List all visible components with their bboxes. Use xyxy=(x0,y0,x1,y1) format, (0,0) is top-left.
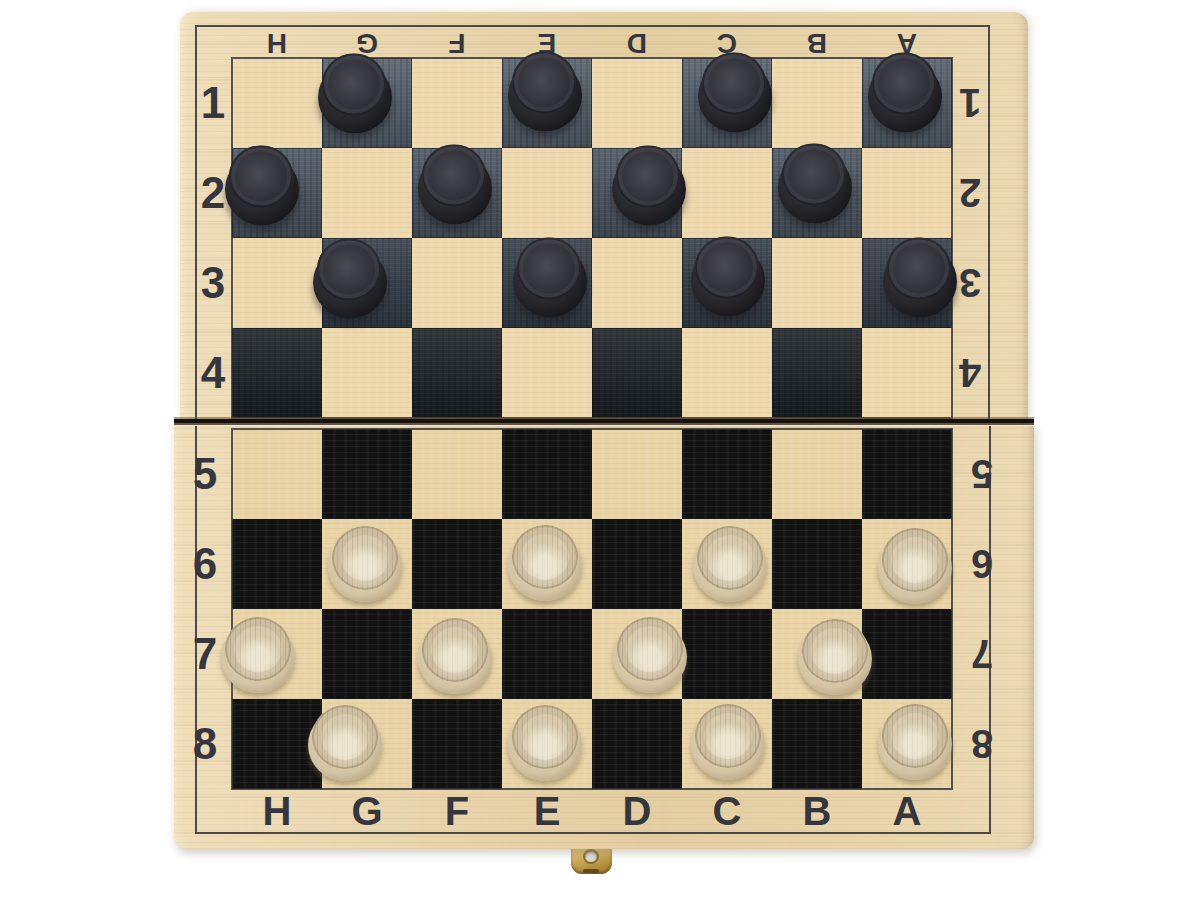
square-F1[interactable] xyxy=(412,58,502,148)
checker-piece-dark-G1[interactable] xyxy=(318,53,392,133)
rank-label-right-6: 6 xyxy=(971,544,993,584)
square-C4[interactable] xyxy=(682,328,772,418)
piece-top-face xyxy=(702,52,766,114)
checker-piece-light-D7[interactable] xyxy=(613,616,687,693)
rank-label-left-7: 7 xyxy=(193,632,217,676)
board-grid-ranks-1-4 xyxy=(232,58,952,418)
checker-piece-dark-A3[interactable] xyxy=(883,237,957,317)
piece-top-face xyxy=(695,236,759,298)
piece-top-face xyxy=(616,145,680,207)
square-G7[interactable] xyxy=(322,609,412,699)
checker-piece-dark-D2[interactable] xyxy=(612,145,686,225)
piece-top-face xyxy=(229,145,293,207)
square-C2[interactable] xyxy=(682,148,772,238)
checker-piece-dark-E1[interactable] xyxy=(508,51,582,131)
file-label-top-H: H xyxy=(267,29,287,57)
piece-top-face xyxy=(422,618,488,682)
square-A2[interactable] xyxy=(862,148,952,238)
rank-label-left-3: 3 xyxy=(201,261,225,305)
square-F5[interactable] xyxy=(412,429,502,519)
checker-piece-dark-C3[interactable] xyxy=(691,236,765,316)
rank-label-left-5: 5 xyxy=(193,452,217,496)
piece-top-face xyxy=(882,528,948,592)
rank-label-right-5: 5 xyxy=(971,454,993,494)
square-F3[interactable] xyxy=(412,238,502,328)
square-E4[interactable] xyxy=(502,328,592,418)
piece-top-face xyxy=(422,144,486,206)
checker-piece-light-E8[interactable] xyxy=(508,704,582,781)
checker-piece-light-B7[interactable] xyxy=(798,618,872,695)
checker-piece-dark-G3[interactable] xyxy=(313,238,387,318)
piece-top-face xyxy=(512,705,578,769)
square-H1[interactable] xyxy=(232,58,322,148)
file-label-bottom-D: D xyxy=(623,791,652,831)
checker-piece-light-A6[interactable] xyxy=(878,527,952,604)
checker-piece-light-G6[interactable] xyxy=(328,525,402,602)
piece-top-face xyxy=(322,53,386,115)
file-label-top-D: D xyxy=(627,29,647,57)
square-E7[interactable] xyxy=(502,609,592,699)
square-D8[interactable] xyxy=(592,699,682,789)
square-A7[interactable] xyxy=(862,609,952,699)
file-label-bottom-G: G xyxy=(351,791,382,831)
piece-top-face xyxy=(617,617,683,681)
square-H5[interactable] xyxy=(232,429,322,519)
piece-top-face xyxy=(695,704,761,768)
square-A5[interactable] xyxy=(862,429,952,519)
rank-label-left-8: 8 xyxy=(193,722,217,766)
rank-label-left-1: 1 xyxy=(201,81,225,125)
checker-piece-light-F7[interactable] xyxy=(418,617,492,694)
square-B8[interactable] xyxy=(772,699,862,789)
square-B6[interactable] xyxy=(772,519,862,609)
hinge-fold-seam xyxy=(174,417,1034,425)
checker-piece-dark-F2[interactable] xyxy=(418,144,492,224)
piece-top-face xyxy=(872,52,936,114)
piece-top-face xyxy=(517,237,581,299)
square-A4[interactable] xyxy=(862,328,952,418)
board-top-half: HGFEDCBA11223344 xyxy=(180,12,1028,420)
square-G2[interactable] xyxy=(322,148,412,238)
clasp-notch xyxy=(583,869,599,873)
file-label-bottom-B: B xyxy=(803,791,832,831)
piece-top-face xyxy=(332,526,398,590)
piece-top-face xyxy=(312,705,378,769)
square-H6[interactable] xyxy=(232,519,322,609)
rank-label-right-7: 7 xyxy=(971,634,993,674)
rank-label-right-4: 4 xyxy=(959,353,981,393)
piece-top-face xyxy=(782,143,846,205)
board-bottom-half: HGFEDCBA55667788 xyxy=(174,425,1034,849)
rank-label-left-4: 4 xyxy=(201,351,225,395)
square-E5[interactable] xyxy=(502,429,592,519)
square-D3[interactable] xyxy=(592,238,682,328)
checker-piece-dark-E3[interactable] xyxy=(513,237,587,317)
square-G5[interactable] xyxy=(322,429,412,519)
checker-piece-light-C6[interactable] xyxy=(693,525,767,602)
square-B4[interactable] xyxy=(772,328,862,418)
checker-piece-dark-A1[interactable] xyxy=(868,52,942,132)
square-F8[interactable] xyxy=(412,699,502,789)
piece-top-face xyxy=(512,525,578,589)
file-label-top-F: F xyxy=(448,29,465,57)
square-B3[interactable] xyxy=(772,238,862,328)
file-label-top-B: B xyxy=(807,29,827,57)
file-label-bottom-H: H xyxy=(263,791,292,831)
checkers-box-scene: HGFEDCBA11223344 HGFEDCBA55667788 xyxy=(0,0,1200,900)
file-label-bottom-C: C xyxy=(713,791,742,831)
checker-piece-light-E6[interactable] xyxy=(508,524,582,601)
square-E2[interactable] xyxy=(502,148,592,238)
checker-piece-light-G8[interactable] xyxy=(308,704,382,781)
piece-top-face xyxy=(887,237,951,299)
square-C5[interactable] xyxy=(682,429,772,519)
rank-label-right-2: 2 xyxy=(959,173,981,213)
rank-label-right-1: 1 xyxy=(959,83,981,123)
square-B5[interactable] xyxy=(772,429,862,519)
piece-top-face xyxy=(882,704,948,768)
square-C7[interactable] xyxy=(682,609,772,699)
square-D6[interactable] xyxy=(592,519,682,609)
square-H4[interactable] xyxy=(232,328,322,418)
checker-piece-dark-B2[interactable] xyxy=(778,143,852,223)
piece-top-face xyxy=(225,617,291,681)
checker-piece-light-A8[interactable] xyxy=(878,703,952,780)
square-F6[interactable] xyxy=(412,519,502,609)
checker-piece-light-C8[interactable] xyxy=(691,703,765,780)
square-F4[interactable] xyxy=(412,328,502,418)
piece-top-face xyxy=(512,51,576,113)
file-label-bottom-A: A xyxy=(893,791,922,831)
rank-label-left-2: 2 xyxy=(201,171,225,215)
square-B1[interactable] xyxy=(772,58,862,148)
rank-label-right-8: 8 xyxy=(971,724,993,764)
square-D4[interactable] xyxy=(592,328,682,418)
checker-piece-dark-C1[interactable] xyxy=(698,52,772,132)
square-G4[interactable] xyxy=(322,328,412,418)
square-D5[interactable] xyxy=(592,429,682,519)
checker-piece-dark-H2[interactable] xyxy=(225,145,299,225)
piece-top-face xyxy=(317,238,381,300)
file-label-bottom-F: F xyxy=(445,791,469,831)
clasp-hole xyxy=(585,851,597,862)
square-H3[interactable] xyxy=(232,238,322,328)
piece-top-face xyxy=(697,526,763,590)
board-grid-ranks-5-8 xyxy=(232,429,952,789)
rank-label-left-6: 6 xyxy=(193,542,217,586)
square-D1[interactable] xyxy=(592,58,682,148)
checker-piece-light-H7[interactable] xyxy=(221,616,295,693)
file-label-bottom-E: E xyxy=(534,791,561,831)
piece-top-face xyxy=(802,619,868,683)
rank-label-right-3: 3 xyxy=(959,263,981,303)
